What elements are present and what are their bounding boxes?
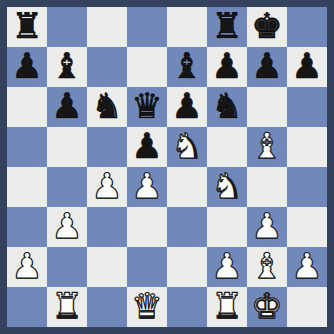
square-b2[interactable]	[47, 247, 87, 287]
square-e2[interactable]	[167, 247, 207, 287]
square-d5[interactable]: ♟	[127, 127, 167, 167]
square-f4[interactable]: ♞	[207, 167, 247, 207]
square-d4[interactable]: ♟	[127, 167, 167, 207]
white-pawn[interactable]: ♟	[251, 207, 282, 246]
square-f7[interactable]: ♟	[207, 47, 247, 87]
black-knight[interactable]: ♞	[91, 87, 122, 126]
square-c2[interactable]	[87, 247, 127, 287]
square-b8[interactable]	[47, 7, 87, 47]
square-h3[interactable]	[287, 207, 327, 247]
square-a2[interactable]: ♟	[7, 247, 47, 287]
square-g3[interactable]: ♟	[247, 207, 287, 247]
square-h8[interactable]	[287, 7, 327, 47]
square-d1[interactable]: ♛	[127, 287, 167, 327]
square-g5[interactable]: ♝	[247, 127, 287, 167]
square-e8[interactable]	[167, 7, 207, 47]
black-rook[interactable]: ♜	[211, 7, 242, 46]
square-c6[interactable]: ♞	[87, 87, 127, 127]
black-pawn[interactable]: ♟	[131, 127, 162, 166]
white-knight[interactable]: ♞	[211, 167, 242, 206]
square-e7[interactable]: ♝	[167, 47, 207, 87]
square-b5[interactable]	[47, 127, 87, 167]
black-pawn[interactable]: ♟	[251, 47, 282, 86]
square-f5[interactable]	[207, 127, 247, 167]
square-c5[interactable]	[87, 127, 127, 167]
square-d6[interactable]: ♛	[127, 87, 167, 127]
square-g4[interactable]	[247, 167, 287, 207]
square-c3[interactable]	[87, 207, 127, 247]
black-rook[interactable]: ♜	[11, 7, 42, 46]
square-d2[interactable]	[127, 247, 167, 287]
square-a6[interactable]	[7, 87, 47, 127]
white-rook[interactable]: ♜	[211, 287, 242, 326]
square-e1[interactable]	[167, 287, 207, 327]
square-b7[interactable]: ♝	[47, 47, 87, 87]
white-pawn[interactable]: ♟	[91, 167, 122, 206]
black-queen[interactable]: ♛	[131, 87, 162, 126]
square-e4[interactable]	[167, 167, 207, 207]
square-h4[interactable]	[287, 167, 327, 207]
chess-board: ♜♜♚♟♝♝♟♟♟♟♞♛♟♞♟♞♝♟♟♞♟♟♟♟♝♟♜♛♜♚	[7, 7, 327, 327]
square-f8[interactable]: ♜	[207, 7, 247, 47]
square-h5[interactable]	[287, 127, 327, 167]
square-h7[interactable]: ♟	[287, 47, 327, 87]
black-knight[interactable]: ♞	[211, 87, 242, 126]
square-g2[interactable]: ♝	[247, 247, 287, 287]
white-pawn[interactable]: ♟	[131, 167, 162, 206]
white-rook[interactable]: ♜	[51, 287, 82, 326]
square-c8[interactable]	[87, 7, 127, 47]
white-pawn[interactable]: ♟	[51, 207, 82, 246]
square-a1[interactable]	[7, 287, 47, 327]
square-b6[interactable]: ♟	[47, 87, 87, 127]
square-e5[interactable]: ♞	[167, 127, 207, 167]
square-c4[interactable]: ♟	[87, 167, 127, 207]
square-g6[interactable]	[247, 87, 287, 127]
black-king[interactable]: ♚	[251, 7, 282, 46]
square-a7[interactable]: ♟	[7, 47, 47, 87]
square-b1[interactable]: ♜	[47, 287, 87, 327]
black-bishop[interactable]: ♝	[51, 47, 82, 86]
square-a4[interactable]	[7, 167, 47, 207]
black-pawn[interactable]: ♟	[11, 47, 42, 86]
square-d3[interactable]	[127, 207, 167, 247]
white-king[interactable]: ♚	[251, 287, 282, 326]
white-pawn[interactable]: ♟	[11, 247, 42, 286]
white-knight[interactable]: ♞	[171, 127, 202, 166]
white-queen[interactable]: ♛	[131, 287, 162, 326]
square-b4[interactable]	[47, 167, 87, 207]
square-f6[interactable]: ♞	[207, 87, 247, 127]
square-a5[interactable]	[7, 127, 47, 167]
square-h1[interactable]	[287, 287, 327, 327]
square-c7[interactable]	[87, 47, 127, 87]
square-f1[interactable]: ♜	[207, 287, 247, 327]
square-f3[interactable]	[207, 207, 247, 247]
white-bishop[interactable]: ♝	[251, 127, 282, 166]
square-b3[interactable]: ♟	[47, 207, 87, 247]
chess-board-frame: ♜♜♚♟♝♝♟♟♟♟♞♛♟♞♟♞♝♟♟♞♟♟♟♟♝♟♜♛♜♚	[0, 0, 334, 334]
square-e6[interactable]: ♟	[167, 87, 207, 127]
black-pawn[interactable]: ♟	[51, 87, 82, 126]
square-e3[interactable]	[167, 207, 207, 247]
white-pawn[interactable]: ♟	[291, 247, 322, 286]
square-f2[interactable]: ♟	[207, 247, 247, 287]
black-bishop[interactable]: ♝	[171, 47, 202, 86]
black-pawn[interactable]: ♟	[211, 47, 242, 86]
black-pawn[interactable]: ♟	[291, 47, 322, 86]
square-g1[interactable]: ♚	[247, 287, 287, 327]
square-a3[interactable]	[7, 207, 47, 247]
square-g7[interactable]: ♟	[247, 47, 287, 87]
black-pawn[interactable]: ♟	[171, 87, 202, 126]
square-g8[interactable]: ♚	[247, 7, 287, 47]
square-a8[interactable]: ♜	[7, 7, 47, 47]
square-d8[interactable]	[127, 7, 167, 47]
square-h2[interactable]: ♟	[287, 247, 327, 287]
white-pawn[interactable]: ♟	[211, 247, 242, 286]
square-h6[interactable]	[287, 87, 327, 127]
square-d7[interactable]	[127, 47, 167, 87]
white-bishop[interactable]: ♝	[251, 247, 282, 286]
square-c1[interactable]	[87, 287, 127, 327]
